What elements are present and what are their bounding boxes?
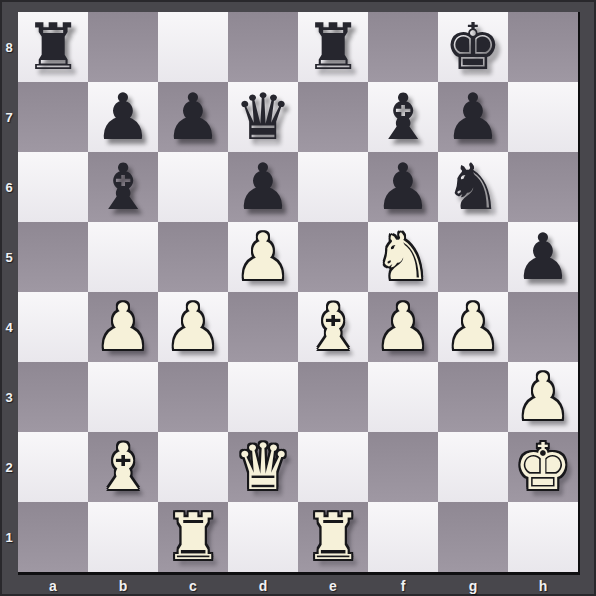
square-c7[interactable]: ♟ [158,82,228,152]
square-c1[interactable]: ♜ [158,502,228,572]
rank-label-1: 1 [0,502,18,572]
square-a3[interactable] [18,362,88,432]
black-bishop-icon: ♝ [374,82,431,152]
square-c3[interactable] [158,362,228,432]
white-bishop-icon: ♝ [304,292,361,362]
square-e3[interactable] [298,362,368,432]
square-f8[interactable] [368,12,438,82]
white-pawn-icon: ♟ [514,362,571,432]
square-e1[interactable]: ♜ [298,502,368,572]
square-e7[interactable] [298,82,368,152]
rank-label-7: 7 [0,82,18,152]
file-label-b: b [88,575,158,596]
file-labels: abcdefgh [18,575,578,596]
rank-label-4: 4 [0,292,18,362]
square-d1[interactable] [228,502,298,572]
black-king-icon: ♚ [444,12,501,82]
square-h6[interactable] [508,152,578,222]
rank-label-6: 6 [0,152,18,222]
square-e6[interactable] [298,152,368,222]
file-label-e: e [298,575,368,596]
square-b1[interactable] [88,502,158,572]
white-pawn-icon: ♟ [234,222,291,292]
file-label-c: c [158,575,228,596]
square-c6[interactable] [158,152,228,222]
square-g1[interactable] [438,502,508,572]
square-a6[interactable] [18,152,88,222]
square-e2[interactable] [298,432,368,502]
square-d6[interactable]: ♟ [228,152,298,222]
white-pawn-icon: ♟ [374,292,431,362]
rank-label-8: 8 [0,12,18,82]
square-a1[interactable] [18,502,88,572]
white-knight-icon: ♞ [374,222,431,292]
square-b4[interactable]: ♟ [88,292,158,362]
black-pawn-icon: ♟ [444,82,501,152]
square-b8[interactable] [88,12,158,82]
black-rook-icon: ♜ [24,12,81,82]
square-a4[interactable] [18,292,88,362]
square-g4[interactable]: ♟ [438,292,508,362]
black-pawn-icon: ♟ [374,152,431,222]
square-h7[interactable] [508,82,578,152]
square-g5[interactable] [438,222,508,292]
square-a2[interactable] [18,432,88,502]
square-d7[interactable]: ♛ [228,82,298,152]
white-king-icon: ♚ [514,432,571,502]
square-h4[interactable] [508,292,578,362]
square-h3[interactable]: ♟ [508,362,578,432]
square-g7[interactable]: ♟ [438,82,508,152]
square-b3[interactable] [88,362,158,432]
square-h5[interactable]: ♟ [508,222,578,292]
square-g8[interactable]: ♚ [438,12,508,82]
square-e4[interactable]: ♝ [298,292,368,362]
square-d8[interactable] [228,12,298,82]
square-b7[interactable]: ♟ [88,82,158,152]
white-rook-icon: ♜ [304,502,361,572]
black-pawn-icon: ♟ [164,82,221,152]
square-h1[interactable] [508,502,578,572]
black-rook-icon: ♜ [304,12,361,82]
square-g6[interactable]: ♞ [438,152,508,222]
square-c5[interactable] [158,222,228,292]
black-queen-icon: ♛ [234,82,291,152]
square-a7[interactable] [18,82,88,152]
square-f2[interactable] [368,432,438,502]
white-queen-icon: ♛ [234,432,291,502]
square-h8[interactable] [508,12,578,82]
white-rook-icon: ♜ [164,502,221,572]
file-label-g: g [438,575,508,596]
square-g3[interactable] [438,362,508,432]
file-label-d: d [228,575,298,596]
rank-labels: 87654321 [0,12,18,572]
black-pawn-icon: ♟ [234,152,291,222]
square-d3[interactable] [228,362,298,432]
square-g2[interactable] [438,432,508,502]
white-pawn-icon: ♟ [94,292,151,362]
white-pawn-icon: ♟ [444,292,501,362]
black-knight-icon: ♞ [444,152,501,222]
square-b2[interactable]: ♝ [88,432,158,502]
square-c4[interactable]: ♟ [158,292,228,362]
white-pawn-icon: ♟ [164,292,221,362]
square-b5[interactable] [88,222,158,292]
square-f5[interactable]: ♞ [368,222,438,292]
rank-label-2: 2 [0,432,18,502]
chess-board: ♜♜♚♟♟♛♝♟♝♟♟♞♟♞♟♟♟♝♟♟♟♝♛♚♜♜ [18,12,580,575]
black-pawn-icon: ♟ [514,222,571,292]
black-pawn-icon: ♟ [94,82,151,152]
black-bishop-icon: ♝ [94,152,151,222]
square-c8[interactable] [158,12,228,82]
square-f3[interactable] [368,362,438,432]
chess-board-frame: 87654321 ♜♜♚♟♟♛♝♟♝♟♟♞♟♞♟♟♟♝♟♟♟♝♛♚♜♜ abcd… [0,0,596,596]
file-label-h: h [508,575,578,596]
white-bishop-icon: ♝ [94,432,151,502]
square-d2[interactable]: ♛ [228,432,298,502]
square-f1[interactable] [368,502,438,572]
square-a8[interactable]: ♜ [18,12,88,82]
file-label-f: f [368,575,438,596]
square-b6[interactable]: ♝ [88,152,158,222]
file-label-a: a [18,575,88,596]
square-f7[interactable]: ♝ [368,82,438,152]
square-h2[interactable]: ♚ [508,432,578,502]
rank-label-3: 3 [0,362,18,432]
square-e8[interactable]: ♜ [298,12,368,82]
square-d4[interactable] [228,292,298,362]
square-c2[interactable] [158,432,228,502]
square-f4[interactable]: ♟ [368,292,438,362]
square-a5[interactable] [18,222,88,292]
rank-label-5: 5 [0,222,18,292]
square-d5[interactable]: ♟ [228,222,298,292]
square-e5[interactable] [298,222,368,292]
square-f6[interactable]: ♟ [368,152,438,222]
